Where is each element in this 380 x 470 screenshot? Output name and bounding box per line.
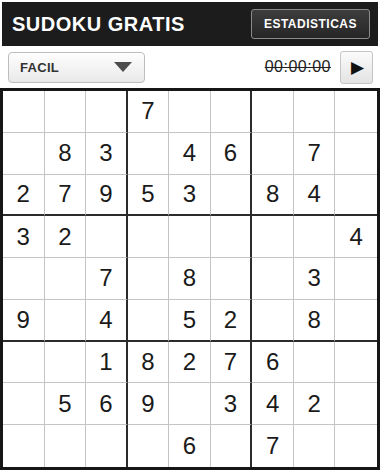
sudoku-cell[interactable]: 7 xyxy=(294,133,336,175)
timer-controls: 00:00:00 ▶ xyxy=(265,51,373,84)
sudoku-cell[interactable]: 3 xyxy=(211,383,253,425)
sudoku-cell[interactable] xyxy=(211,425,253,467)
sudoku-cell[interactable] xyxy=(294,216,336,258)
sudoku-cell[interactable]: 4 xyxy=(86,300,128,342)
app-header: SUDOKU GRATIS ESTADISTICAS xyxy=(2,2,378,46)
sudoku-cell[interactable] xyxy=(335,258,377,300)
sudoku-cell[interactable]: 8 xyxy=(128,342,170,384)
sudoku-cell[interactable]: 2 xyxy=(211,300,253,342)
chevron-down-icon xyxy=(114,62,132,72)
sudoku-cell[interactable]: 4 xyxy=(294,175,336,217)
sudoku-cell[interactable] xyxy=(128,258,170,300)
sudoku-app: SUDOKU GRATIS ESTADISTICAS FACIL 00:00:0… xyxy=(0,2,380,470)
sudoku-cell[interactable]: 2 xyxy=(3,175,45,217)
sudoku-cell[interactable]: 7 xyxy=(86,258,128,300)
difficulty-dropdown[interactable]: FACIL xyxy=(8,52,145,83)
sudoku-cell[interactable] xyxy=(294,342,336,384)
sudoku-cell[interactable]: 6 xyxy=(252,342,294,384)
sudoku-cell[interactable]: 2 xyxy=(169,342,211,384)
sudoku-cell[interactable]: 6 xyxy=(211,133,253,175)
sudoku-cell[interactable]: 9 xyxy=(86,175,128,217)
sudoku-cell[interactable]: 3 xyxy=(294,258,336,300)
sudoku-cell[interactable]: 8 xyxy=(252,175,294,217)
sudoku-cell[interactable] xyxy=(45,258,87,300)
sudoku-cell[interactable]: 4 xyxy=(169,133,211,175)
sudoku-cell[interactable] xyxy=(252,216,294,258)
sudoku-cell[interactable] xyxy=(252,258,294,300)
sudoku-cell[interactable] xyxy=(169,91,211,133)
sudoku-cell[interactable] xyxy=(335,425,377,467)
sudoku-cell[interactable]: 4 xyxy=(335,216,377,258)
sudoku-cell[interactable]: 9 xyxy=(3,300,45,342)
sudoku-cell[interactable] xyxy=(335,133,377,175)
sudoku-cell[interactable] xyxy=(86,91,128,133)
sudoku-cell[interactable] xyxy=(211,91,253,133)
sudoku-cell[interactable]: 7 xyxy=(128,91,170,133)
sudoku-cell[interactable] xyxy=(335,91,377,133)
page-title: SUDOKU GRATIS xyxy=(12,13,185,36)
sudoku-cell[interactable] xyxy=(45,91,87,133)
sudoku-cell[interactable]: 8 xyxy=(294,300,336,342)
sudoku-cell[interactable] xyxy=(3,258,45,300)
sudoku-cell[interactable] xyxy=(3,91,45,133)
sudoku-cell[interactable] xyxy=(3,342,45,384)
sudoku-cell[interactable] xyxy=(335,342,377,384)
sudoku-cell[interactable]: 6 xyxy=(86,383,128,425)
difficulty-selected-value: FACIL xyxy=(20,60,59,75)
sudoku-cell[interactable] xyxy=(211,175,253,217)
sudoku-cell[interactable] xyxy=(211,258,253,300)
sudoku-cell[interactable] xyxy=(294,425,336,467)
sudoku-grid: 7834672795384324783945281827656934267 xyxy=(0,88,380,470)
sudoku-cell[interactable] xyxy=(45,342,87,384)
sudoku-cell[interactable] xyxy=(3,133,45,175)
sudoku-cell[interactable] xyxy=(294,91,336,133)
sudoku-cell[interactable] xyxy=(45,425,87,467)
sudoku-cell[interactable] xyxy=(252,300,294,342)
sudoku-cell[interactable] xyxy=(45,300,87,342)
sudoku-cell[interactable]: 8 xyxy=(45,133,87,175)
sudoku-cell[interactable] xyxy=(252,133,294,175)
sudoku-cell[interactable]: 7 xyxy=(45,175,87,217)
sudoku-cell[interactable]: 3 xyxy=(86,133,128,175)
sudoku-cell[interactable]: 7 xyxy=(211,342,253,384)
sudoku-cell[interactable]: 8 xyxy=(169,258,211,300)
toolbar: FACIL 00:00:00 ▶ xyxy=(0,46,380,88)
sudoku-cell[interactable]: 4 xyxy=(252,383,294,425)
sudoku-cell[interactable] xyxy=(252,91,294,133)
sudoku-cell[interactable] xyxy=(169,383,211,425)
sudoku-cell[interactable] xyxy=(3,383,45,425)
sudoku-cell[interactable] xyxy=(128,133,170,175)
sudoku-cell[interactable]: 9 xyxy=(128,383,170,425)
sudoku-cell[interactable]: 3 xyxy=(3,216,45,258)
play-button[interactable]: ▶ xyxy=(340,51,373,84)
sudoku-cell[interactable] xyxy=(86,425,128,467)
sudoku-cell[interactable]: 2 xyxy=(45,216,87,258)
sudoku-cell[interactable]: 5 xyxy=(45,383,87,425)
sudoku-cell[interactable]: 3 xyxy=(169,175,211,217)
sudoku-cell[interactable]: 5 xyxy=(169,300,211,342)
sudoku-cell[interactable] xyxy=(128,425,170,467)
sudoku-cell[interactable] xyxy=(128,216,170,258)
statistics-button[interactable]: ESTADISTICAS xyxy=(251,9,370,39)
sudoku-cell[interactable] xyxy=(86,216,128,258)
sudoku-cell[interactable]: 7 xyxy=(252,425,294,467)
sudoku-cell[interactable] xyxy=(128,300,170,342)
sudoku-cell[interactable] xyxy=(3,425,45,467)
game-timer: 00:00:00 xyxy=(265,58,331,76)
play-icon: ▶ xyxy=(351,59,364,76)
sudoku-cell[interactable]: 1 xyxy=(86,342,128,384)
sudoku-cell[interactable] xyxy=(211,216,253,258)
sudoku-cell[interactable] xyxy=(335,175,377,217)
sudoku-cell[interactable] xyxy=(335,383,377,425)
sudoku-cell[interactable] xyxy=(335,300,377,342)
sudoku-cell[interactable]: 5 xyxy=(128,175,170,217)
sudoku-cell[interactable]: 2 xyxy=(294,383,336,425)
sudoku-cell[interactable]: 6 xyxy=(169,425,211,467)
sudoku-cell[interactable] xyxy=(169,216,211,258)
